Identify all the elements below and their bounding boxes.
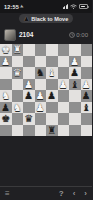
square-d1[interactable] [46,44,58,56]
square-h6[interactable]: ♟ [0,102,12,114]
square-d5[interactable]: ♟ [46,90,58,102]
square-a4[interactable]: ♟ [81,79,93,91]
piece-black-bishop[interactable]: ♝ [82,102,91,114]
square-g8[interactable] [12,125,24,137]
square-f4[interactable]: ♟ [23,79,35,91]
square-a2[interactable] [81,56,93,68]
avatar [4,29,16,41]
square-b3[interactable]: ♟ [69,67,81,79]
square-g6[interactable]: ♞ [12,102,24,114]
piece-black-bishop[interactable]: ♝ [70,79,79,91]
piece-white-pawn[interactable]: ♟ [70,56,79,68]
piece-white-pawn[interactable]: ♟ [36,102,45,114]
piece-white-bishop[interactable]: ♝ [47,67,56,79]
square-f8[interactable] [23,125,35,137]
move-indicator-label: Black to Move [31,16,68,22]
chess-board[interactable]: ♚♜♟♟♛♞♝♟♟♟♝♟♞♟♟♟♟♟♞♟♝♚♛♜ [0,44,92,136]
square-a5[interactable]: ♟ [81,90,93,102]
square-c7[interactable] [58,113,70,125]
square-a1[interactable] [81,44,93,56]
square-b6[interactable] [69,102,81,114]
square-h2[interactable]: ♟ [0,56,12,68]
square-c4[interactable]: ♟ [58,79,70,91]
square-c1[interactable] [58,44,70,56]
location-icon: ➤ [19,3,25,9]
square-a8[interactable] [81,125,93,137]
square-h5[interactable]: ♞ [0,90,12,102]
wifi-icon [70,4,77,9]
app-screen: 12:55 ➤ ♟ Black to Move 2104 0 [0,0,92,200]
move-indicator: ♟ Black to Move [19,14,73,23]
hint-icon[interactable]: ? [59,189,64,199]
square-b8[interactable] [69,125,81,137]
square-h3[interactable] [0,67,12,79]
signal-icon [63,4,69,9]
square-h8[interactable] [0,125,12,137]
square-b5[interactable] [69,90,81,102]
status-icons [63,4,89,9]
square-a6[interactable]: ♝ [81,102,93,114]
toolbar-left-group: ≡ [5,189,10,199]
puzzle-rating: 2104 [19,31,33,38]
status-time: 12:55 ➤ [4,4,24,10]
piece-black-pawn[interactable]: ♟ [47,90,56,102]
back-icon[interactable]: ‹ [73,189,76,199]
square-g1[interactable]: ♜ [12,44,24,56]
battery-icon [79,4,88,9]
square-c6[interactable] [58,102,70,114]
square-g5[interactable] [12,90,24,102]
square-e8[interactable] [35,125,47,137]
piece-white-pawn[interactable]: ♟ [24,79,33,91]
piece-white-knight[interactable]: ♞ [13,102,22,114]
move-indicator-row: ♟ Black to Move [0,14,92,23]
square-a7[interactable] [81,113,93,125]
piece-black-pawn[interactable]: ♟ [70,67,79,79]
square-h1[interactable]: ♚ [0,44,12,56]
piece-black-rook[interactable]: ♜ [47,125,56,137]
player-row: 2104 0:00 [0,27,92,42]
square-c2[interactable] [58,56,70,68]
piece-black-pawn[interactable]: ♟ [1,102,10,114]
square-e5[interactable]: ♟ [35,90,47,102]
square-e6[interactable]: ♟ [35,102,47,114]
piece-black-queen[interactable]: ♛ [24,113,33,125]
piece-white-pawn[interactable]: ♟ [59,79,68,91]
piece-white-pawn[interactable]: ♟ [1,56,10,68]
piece-black-pawn[interactable]: ♟ [82,90,91,102]
timer: 0:00 [69,32,88,38]
square-c5[interactable] [58,90,70,102]
timer-value: 0:00 [76,32,88,38]
square-h4[interactable] [0,79,12,91]
square-c8[interactable] [58,125,70,137]
square-g3[interactable]: ♛ [12,67,24,79]
square-h7[interactable]: ♚ [0,113,12,125]
square-g7[interactable] [12,113,24,125]
menu-icon[interactable]: ≡ [5,189,10,199]
square-b2[interactable]: ♟ [69,56,81,68]
piece-white-pawn[interactable]: ♟ [36,90,45,102]
clock-text: 12:55 [4,4,19,10]
status-bar: 12:55 ➤ [0,0,92,13]
square-f7[interactable]: ♛ [23,113,35,125]
square-g2[interactable] [12,56,24,68]
square-c3[interactable] [58,67,70,79]
black-pawn-icon: ♟ [24,16,29,22]
square-f6[interactable] [23,102,35,114]
piece-black-knight[interactable]: ♞ [36,67,45,79]
square-d6[interactable] [46,102,58,114]
square-e3[interactable]: ♞ [35,67,47,79]
square-e4[interactable] [35,79,47,91]
piece-white-king[interactable]: ♚ [1,44,10,56]
square-b7[interactable] [69,113,81,125]
piece-white-pawn[interactable]: ♟ [82,79,91,91]
square-d4[interactable] [46,79,58,91]
square-e7[interactable] [35,113,47,125]
square-f5[interactable]: ♟ [23,90,35,102]
piece-white-rook[interactable]: ♜ [13,44,22,56]
square-d7[interactable] [46,113,58,125]
bottom-toolbar: ≡ ?‹› [0,186,92,200]
square-b1[interactable] [69,44,81,56]
square-f2[interactable] [23,56,35,68]
square-e1[interactable] [35,44,47,56]
square-a3[interactable] [81,67,93,79]
square-f3[interactable] [23,67,35,79]
clock-icon [69,32,75,38]
piece-white-knight[interactable]: ♞ [1,90,10,102]
square-b4[interactable]: ♝ [69,79,81,91]
piece-black-pawn[interactable]: ♟ [24,90,33,102]
square-d3[interactable]: ♝ [46,67,58,79]
square-d2[interactable] [46,56,58,68]
piece-white-queen[interactable]: ♛ [13,67,22,79]
forward-icon[interactable]: › [84,189,87,199]
square-f1[interactable] [23,44,35,56]
square-e2[interactable] [35,56,47,68]
square-d8[interactable]: ♜ [46,125,58,137]
toolbar-right-group: ?‹› [59,189,87,199]
piece-black-king[interactable]: ♚ [1,113,10,125]
square-g4[interactable] [12,79,24,91]
